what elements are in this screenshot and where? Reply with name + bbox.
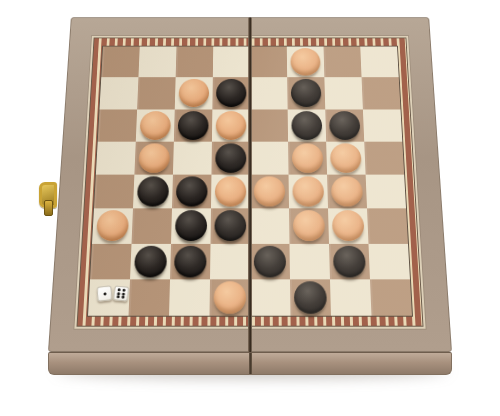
square-r3c3[interactable] — [174, 109, 213, 141]
square-r4c4[interactable] — [211, 141, 250, 174]
game-box — [48, 0, 452, 352]
dark-checker[interactable] — [137, 177, 169, 207]
square-r5c7[interactable] — [327, 175, 367, 209]
square-r6c2[interactable] — [132, 209, 172, 244]
hinge-fold-line — [248, 17, 252, 352]
square-r1c6[interactable] — [287, 47, 325, 78]
die-pip — [103, 292, 106, 295]
light-checker[interactable] — [96, 211, 129, 242]
dark-checker[interactable] — [176, 177, 208, 207]
game-board — [48, 17, 452, 352]
square-r2c2[interactable] — [137, 77, 176, 109]
square-r4c8[interactable] — [364, 141, 404, 174]
square-r3c8[interactable] — [363, 109, 402, 141]
square-r7c2[interactable] — [130, 243, 171, 279]
square-r1c5[interactable] — [250, 47, 287, 78]
dark-checker[interactable] — [214, 211, 246, 242]
square-r4c7[interactable] — [326, 141, 365, 174]
square-r4c5[interactable] — [250, 141, 289, 174]
square-r1c8[interactable] — [360, 47, 398, 78]
dark-checker[interactable] — [333, 245, 366, 277]
die-pip — [117, 295, 120, 298]
dark-checker[interactable] — [291, 79, 322, 107]
square-r6c5[interactable] — [250, 209, 289, 244]
square-r3c6[interactable] — [288, 109, 327, 141]
hinge-fold-side — [249, 353, 252, 374]
square-r7c7[interactable] — [329, 243, 370, 279]
square-r7c6[interactable] — [289, 243, 329, 279]
square-r7c8[interactable] — [368, 243, 409, 279]
light-checker[interactable] — [290, 48, 320, 75]
latch-pin-icon — [44, 200, 53, 216]
dark-checker[interactable] — [175, 211, 207, 242]
square-r8c8[interactable] — [370, 279, 412, 316]
square-r6c6[interactable] — [289, 209, 329, 244]
square-r6c3[interactable] — [171, 209, 211, 244]
square-r2c7[interactable] — [324, 77, 363, 109]
square-r4c6[interactable] — [288, 141, 327, 174]
dark-checker[interactable] — [291, 111, 322, 140]
square-r2c5[interactable] — [250, 77, 288, 109]
light-checker[interactable] — [292, 143, 323, 172]
square-r8c5[interactable] — [250, 279, 290, 316]
square-r1c7[interactable] — [324, 47, 362, 78]
dark-checker[interactable] — [134, 245, 167, 277]
box-side-panel — [48, 352, 452, 375]
square-r1c1[interactable] — [101, 47, 139, 78]
die-1-showing-1[interactable] — [97, 285, 113, 301]
square-r4c3[interactable] — [173, 141, 212, 174]
square-r1c2[interactable] — [138, 47, 176, 78]
square-r8c2[interactable] — [129, 279, 171, 316]
light-checker[interactable] — [178, 79, 209, 107]
square-r8c6[interactable] — [290, 279, 331, 316]
dice-pair[interactable] — [97, 286, 129, 301]
dark-checker[interactable] — [294, 281, 327, 313]
square-r3c7[interactable] — [325, 109, 364, 141]
die-pip — [121, 295, 124, 298]
square-r4c2[interactable] — [134, 141, 173, 174]
dark-checker[interactable] — [216, 79, 246, 107]
square-r3c4[interactable] — [212, 109, 250, 141]
light-checker[interactable] — [254, 177, 285, 207]
square-r7c1[interactable] — [90, 243, 131, 279]
square-r2c6[interactable] — [287, 77, 325, 109]
light-checker[interactable] — [332, 211, 365, 242]
square-r7c3[interactable] — [170, 243, 210, 279]
square-r8c7[interactable] — [330, 279, 372, 316]
light-checker[interactable] — [331, 177, 363, 207]
square-r5c1[interactable] — [94, 175, 134, 209]
square-r5c4[interactable] — [211, 175, 250, 209]
square-r2c3[interactable] — [175, 77, 213, 109]
dark-checker[interactable] — [329, 111, 360, 140]
dark-checker[interactable] — [215, 143, 246, 172]
dark-checker[interactable] — [178, 111, 209, 140]
dark-checker[interactable] — [174, 245, 207, 277]
square-r1c3[interactable] — [176, 47, 214, 78]
square-r8c4[interactable] — [210, 279, 250, 316]
light-checker[interactable] — [215, 177, 246, 207]
light-checker[interactable] — [330, 143, 362, 172]
square-r5c2[interactable] — [133, 175, 173, 209]
light-checker[interactable] — [292, 177, 324, 207]
square-r7c4[interactable] — [210, 243, 250, 279]
square-r5c6[interactable] — [289, 175, 328, 209]
square-r2c1[interactable] — [99, 77, 138, 109]
square-r6c1[interactable] — [92, 209, 133, 244]
square-r4c1[interactable] — [96, 141, 136, 174]
square-r6c7[interactable] — [328, 209, 368, 244]
square-r2c4[interactable] — [212, 77, 250, 109]
square-r1c4[interactable] — [213, 47, 250, 78]
square-r8c3[interactable] — [169, 279, 210, 316]
light-checker[interactable] — [140, 111, 171, 140]
square-r3c5[interactable] — [250, 109, 288, 141]
square-r7c5[interactable] — [250, 243, 290, 279]
light-checker[interactable] — [213, 281, 246, 313]
square-r3c2[interactable] — [136, 109, 175, 141]
square-r5c3[interactable] — [172, 175, 211, 209]
square-r5c8[interactable] — [366, 175, 406, 209]
square-r6c4[interactable] — [211, 209, 250, 244]
light-checker[interactable] — [216, 111, 247, 140]
brass-latch — [35, 180, 57, 216]
die-2-showing-6[interactable] — [113, 286, 130, 302]
light-checker[interactable] — [293, 211, 325, 242]
square-r5c5[interactable] — [250, 175, 289, 209]
square-r3c1[interactable] — [98, 109, 137, 141]
light-checker[interactable] — [138, 143, 170, 172]
square-r6c8[interactable] — [367, 209, 408, 244]
dark-checker[interactable] — [254, 245, 286, 277]
square-r2c8[interactable] — [362, 77, 401, 109]
